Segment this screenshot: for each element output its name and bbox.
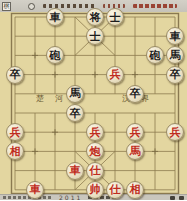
status-text-left (3, 196, 51, 199)
xiangqi-piece-red-f4r8[interactable]: 仕 (86, 162, 104, 180)
xiangqi-piece-black-f0r3[interactable]: 卒 (6, 66, 24, 84)
xiangqi-app-window: 棋 楚河 汉界 2011 車将士士車砲砲馬卒卒馬卒卒兵兵兵兵兵相炮馬車仕車帅仕相 (0, 0, 187, 200)
record-icon[interactable] (28, 3, 35, 10)
xiangqi-piece-red-f6r9[interactable]: 相 (126, 181, 144, 199)
toolbar-info-text (133, 4, 177, 8)
xiangqi-piece-red-f5r9[interactable]: 仕 (106, 181, 124, 199)
xiangqi-piece-black-f6r4[interactable]: 卒 (126, 85, 144, 103)
xiangqi-piece-black-f2r0[interactable]: 車 (46, 8, 64, 26)
app-icon[interactable]: 棋 (2, 2, 11, 11)
xiangqi-piece-black-f3r4[interactable]: 馬 (66, 85, 84, 103)
status-year-text: 2011 (59, 195, 82, 201)
menu-items-marks[interactable] (43, 4, 95, 8)
xiangqi-piece-red-f3r8[interactable]: 車 (66, 162, 84, 180)
xiangqi-piece-red-f1r9[interactable]: 車 (26, 181, 44, 199)
status-icon-1[interactable] (170, 196, 175, 200)
xiangqi-piece-black-f8r3[interactable]: 卒 (166, 66, 184, 84)
xiangqi-piece-black-f5r0[interactable]: 士 (106, 8, 124, 26)
xiangqi-piece-black-f4r0[interactable]: 将 (86, 8, 104, 26)
status-icon-2[interactable] (179, 196, 184, 200)
xiangqi-piece-red-f4r9[interactable]: 帅 (86, 181, 104, 199)
xiangqi-piece-red-f5r3[interactable]: 兵 (106, 66, 124, 84)
xiangqi-piece-black-f3r5[interactable]: 卒 (66, 104, 84, 122)
